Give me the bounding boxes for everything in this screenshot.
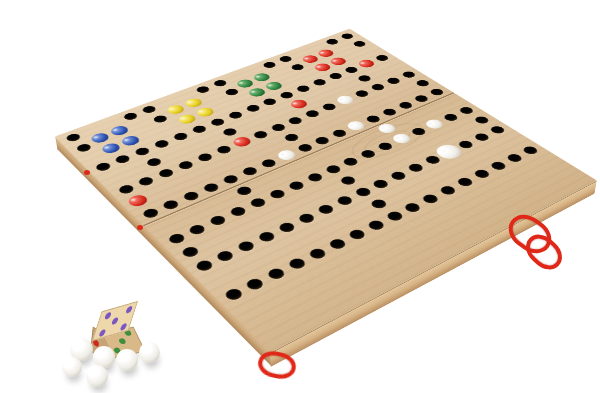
hole — [196, 152, 215, 163]
hole — [327, 237, 348, 250]
hole — [369, 83, 386, 92]
hole — [384, 210, 404, 223]
marble-white[interactable] — [86, 365, 108, 387]
hole — [313, 135, 331, 145]
hole — [334, 195, 354, 207]
hole — [269, 123, 287, 133]
hole — [488, 125, 507, 135]
hole — [330, 128, 348, 138]
hole — [472, 132, 491, 142]
hole — [311, 78, 328, 87]
hole — [295, 143, 314, 154]
hole — [324, 38, 340, 46]
hole — [412, 94, 430, 103]
hole — [116, 183, 135, 195]
hole — [240, 166, 259, 177]
hole — [278, 90, 295, 99]
marble-green[interactable] — [263, 80, 285, 91]
hole — [320, 102, 338, 111]
hole — [277, 55, 293, 63]
hole — [221, 127, 239, 137]
hole — [488, 160, 507, 171]
marble-blue[interactable] — [89, 131, 112, 144]
hole — [286, 256, 307, 270]
hole — [181, 190, 201, 202]
die-pip — [104, 312, 112, 321]
hole — [376, 141, 395, 152]
hole — [359, 148, 378, 159]
hole — [286, 116, 304, 126]
hole — [305, 172, 324, 183]
marble-red[interactable] — [300, 54, 321, 64]
hole — [295, 84, 312, 93]
hole — [248, 196, 268, 208]
hole — [356, 74, 373, 83]
marble-red[interactable] — [355, 58, 376, 69]
hole — [371, 178, 391, 190]
hole — [128, 195, 148, 207]
marble-red[interactable] — [312, 62, 333, 73]
marble-yellow[interactable] — [182, 97, 204, 109]
hole — [389, 170, 408, 181]
marble-red[interactable] — [125, 193, 150, 208]
hole — [296, 212, 316, 225]
fold-seam — [143, 92, 455, 226]
hole — [414, 79, 431, 88]
hole — [353, 89, 370, 98]
hole — [161, 198, 181, 210]
hole — [151, 114, 169, 124]
marble-green[interactable] — [246, 86, 268, 97]
hole — [402, 201, 422, 213]
hole — [396, 101, 414, 110]
hole — [339, 32, 355, 40]
die-pip — [118, 338, 127, 345]
hole — [400, 70, 417, 79]
hole — [364, 114, 382, 124]
marble-green[interactable] — [234, 78, 255, 89]
hole — [215, 249, 236, 263]
marble-blue[interactable] — [119, 134, 142, 147]
marble-white[interactable] — [422, 118, 445, 131]
elastic-dot — [84, 170, 90, 175]
hole — [187, 223, 207, 236]
hole — [259, 158, 278, 169]
hole — [261, 97, 278, 106]
marble-white[interactable] — [139, 342, 160, 363]
hole — [346, 228, 367, 241]
hole — [228, 205, 248, 217]
hole — [343, 66, 360, 75]
hole — [276, 221, 297, 234]
die-pip — [111, 317, 119, 326]
hole — [176, 159, 195, 170]
hole — [244, 104, 262, 113]
hole — [457, 106, 475, 116]
hole — [351, 40, 367, 48]
hole — [267, 188, 287, 200]
hole — [64, 132, 82, 142]
hole — [244, 276, 266, 291]
hole — [289, 63, 306, 71]
hole — [226, 110, 244, 120]
hole — [472, 115, 490, 125]
marble-yellow[interactable] — [194, 106, 216, 118]
hole — [420, 193, 440, 205]
hole — [74, 143, 92, 154]
hole — [145, 156, 164, 167]
marble-blue[interactable] — [108, 124, 131, 137]
hole — [214, 144, 233, 155]
board-front-edge — [270, 180, 597, 366]
hole — [315, 203, 335, 215]
marble-white[interactable] — [390, 132, 414, 145]
marble-red[interactable] — [315, 48, 336, 58]
hole — [93, 161, 112, 172]
die-pip — [119, 322, 127, 331]
hole — [166, 232, 187, 245]
hole — [286, 180, 306, 192]
hole — [406, 162, 425, 173]
hole — [341, 156, 360, 167]
hole — [365, 219, 386, 232]
marble-red[interactable] — [327, 56, 348, 67]
hole — [428, 88, 446, 97]
marble-white[interactable] — [62, 357, 82, 377]
hole — [353, 186, 373, 198]
die-pip — [98, 328, 106, 337]
hole — [234, 185, 254, 197]
hole — [265, 266, 287, 280]
hole — [373, 54, 390, 62]
hole — [368, 198, 388, 210]
hole — [409, 126, 427, 136]
hole — [323, 164, 342, 175]
marble-blue[interactable] — [100, 141, 123, 154]
hole — [385, 76, 402, 85]
hole — [251, 130, 269, 140]
hole — [211, 79, 228, 88]
hole — [193, 259, 214, 273]
hole — [222, 287, 244, 302]
hole — [520, 145, 539, 156]
hole — [194, 85, 211, 94]
hole — [236, 239, 257, 252]
hole — [140, 105, 157, 115]
hole — [455, 176, 475, 188]
hole — [190, 124, 208, 134]
hole — [327, 72, 344, 81]
hole — [157, 167, 176, 178]
hole — [282, 132, 300, 142]
hole — [380, 107, 398, 117]
hole — [504, 153, 523, 164]
hole — [113, 154, 132, 165]
marble-white[interactable] — [116, 349, 138, 371]
hole — [256, 230, 277, 243]
hole — [338, 175, 358, 186]
hole — [223, 88, 240, 97]
hole — [261, 61, 278, 69]
marble-yellow[interactable] — [164, 103, 186, 115]
marble-red[interactable] — [288, 98, 310, 110]
marble-green[interactable] — [251, 72, 272, 83]
elastic-dot — [137, 225, 143, 230]
hole — [122, 111, 140, 121]
hole — [472, 168, 492, 179]
hole — [208, 117, 226, 127]
product-photo-stage — [0, 0, 600, 393]
die-pip — [125, 306, 133, 315]
hole — [137, 175, 156, 187]
hole — [304, 109, 322, 119]
hole — [307, 247, 328, 261]
hole — [140, 207, 160, 219]
marble-white[interactable] — [334, 94, 356, 106]
marble-red[interactable] — [230, 135, 253, 148]
hole — [208, 214, 228, 227]
hole — [179, 245, 200, 259]
hole — [133, 146, 151, 157]
marble-yellow[interactable] — [176, 113, 198, 125]
hole — [221, 173, 240, 184]
hole — [438, 184, 458, 196]
hole — [201, 182, 220, 194]
hole — [153, 139, 171, 149]
hole — [172, 131, 190, 141]
hole — [441, 112, 459, 122]
